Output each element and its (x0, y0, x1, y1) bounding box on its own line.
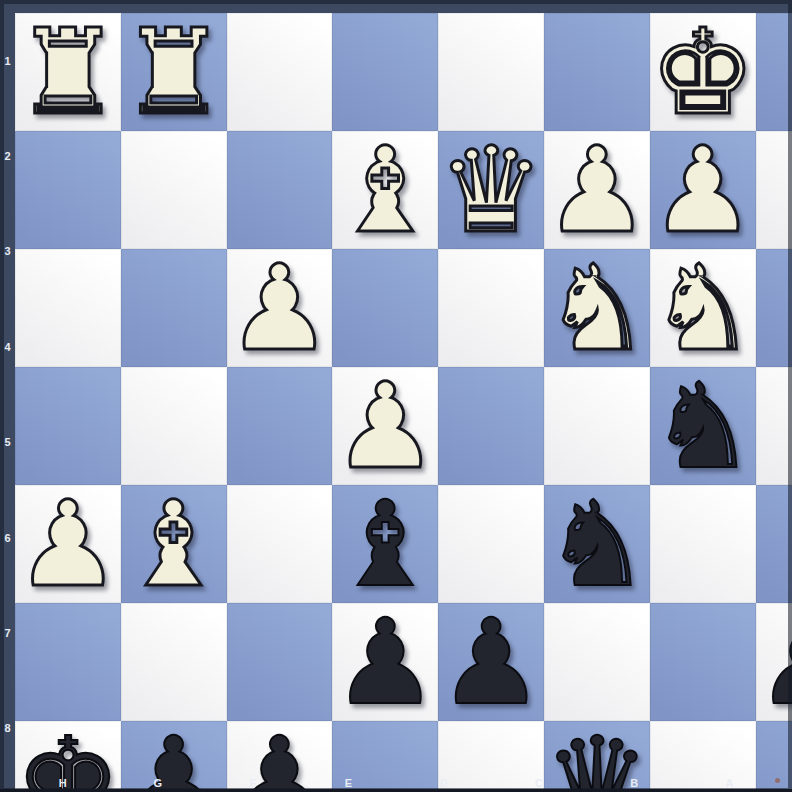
square-b2[interactable]: ♟ (650, 131, 756, 249)
white-pawn[interactable]: ♟ (650, 131, 756, 249)
white-pawn[interactable]: ♟ (15, 485, 121, 603)
rank-label-5: 5 (0, 395, 15, 490)
file-label-h: H (15, 776, 110, 790)
square-f2[interactable] (227, 131, 333, 249)
square-e1[interactable] (332, 13, 438, 131)
file-label-g: G (110, 776, 205, 790)
white-knight[interactable]: ♞ (650, 249, 756, 367)
rank-label-1: 1 (0, 13, 15, 108)
square-h4[interactable] (15, 367, 121, 485)
square-a5[interactable] (756, 485, 792, 603)
square-e6[interactable]: ♟ (332, 603, 438, 721)
white-bishop[interactable]: ♝ (121, 485, 227, 603)
square-c6[interactable] (544, 603, 650, 721)
square-b5[interactable] (650, 485, 756, 603)
file-label-d: D (396, 776, 491, 790)
square-f5[interactable] (227, 485, 333, 603)
square-g4[interactable] (121, 367, 227, 485)
square-a4[interactable] (756, 367, 792, 485)
square-g3[interactable] (121, 249, 227, 367)
white-pawn[interactable]: ♟ (227, 249, 333, 367)
rank-label-3: 3 (0, 204, 15, 299)
square-a2[interactable] (756, 131, 792, 249)
square-f6[interactable] (227, 603, 333, 721)
square-b3[interactable]: ♞ (650, 249, 756, 367)
square-f4[interactable] (227, 367, 333, 485)
square-e2[interactable]: ♝ (332, 131, 438, 249)
square-d3[interactable] (438, 249, 544, 367)
white-pawn[interactable]: ♟ (544, 131, 650, 249)
square-c4[interactable] (544, 367, 650, 485)
square-b1[interactable]: ♚ (650, 13, 756, 131)
square-f1[interactable] (227, 13, 333, 131)
square-d6[interactable]: ♟ (438, 603, 544, 721)
black-pawn[interactable]: ♟ (438, 603, 544, 721)
white-king[interactable]: ♚ (650, 13, 756, 131)
black-knight[interactable]: ♞ (544, 485, 650, 603)
rank-label-4: 4 (0, 299, 15, 394)
square-d1[interactable] (438, 13, 544, 131)
square-b4[interactable]: ♞ (650, 367, 756, 485)
square-c1[interactable] (544, 13, 650, 131)
square-f3[interactable]: ♟ (227, 249, 333, 367)
square-d5[interactable] (438, 485, 544, 603)
square-a1[interactable] (756, 13, 792, 131)
black-bishop[interactable]: ♝ (332, 485, 438, 603)
square-h1[interactable]: ♜ (15, 13, 121, 131)
corner-dot (775, 778, 780, 783)
rank-label-8: 8 (0, 681, 15, 776)
file-label-e: E (301, 776, 396, 790)
square-g2[interactable] (121, 131, 227, 249)
chessboard: ♜♜♚♝♛♟♟♟♞♞♟♞♟♝♝♞♟♟♟♚♟♟♛♜♜♝ (15, 13, 777, 776)
white-rook[interactable]: ♜ (15, 13, 121, 131)
square-g1[interactable]: ♜ (121, 13, 227, 131)
rank-labels: 12345678 (0, 13, 15, 776)
square-d2[interactable]: ♛ (438, 131, 544, 249)
square-a6[interactable]: ♟ (756, 603, 792, 721)
white-bishop[interactable]: ♝ (332, 131, 438, 249)
square-e4[interactable]: ♟ (332, 367, 438, 485)
rank-label-7: 7 (0, 585, 15, 680)
square-h6[interactable] (15, 603, 121, 721)
file-label-b: B (587, 776, 682, 790)
square-g5[interactable]: ♝ (121, 485, 227, 603)
square-h3[interactable] (15, 249, 121, 367)
file-labels: HGFEDCBA (15, 776, 777, 790)
square-h2[interactable] (15, 131, 121, 249)
rank-label-2: 2 (0, 108, 15, 203)
square-b6[interactable] (650, 603, 756, 721)
square-g6[interactable] (121, 603, 227, 721)
square-e3[interactable] (332, 249, 438, 367)
black-pawn[interactable]: ♟ (332, 603, 438, 721)
white-pawn[interactable]: ♟ (332, 367, 438, 485)
square-c3[interactable]: ♞ (544, 249, 650, 367)
white-rook[interactable]: ♜ (121, 13, 227, 131)
square-h5[interactable]: ♟ (15, 485, 121, 603)
file-label-f: F (206, 776, 301, 790)
square-d4[interactable] (438, 367, 544, 485)
chessboard-frame: 12345678 ♜♜♚♝♛♟♟♟♞♞♟♞♟♝♝♞♟♟♟♚♟♟♛♜♜♝ HGFE… (0, 0, 792, 792)
file-label-a: A (682, 776, 777, 790)
white-queen[interactable]: ♛ (438, 131, 544, 249)
square-c5[interactable]: ♞ (544, 485, 650, 603)
file-label-c: C (491, 776, 586, 790)
square-a3[interactable] (756, 249, 792, 367)
white-knight[interactable]: ♞ (544, 249, 650, 367)
black-knight[interactable]: ♞ (650, 367, 756, 485)
rank-label-6: 6 (0, 490, 15, 585)
square-c2[interactable]: ♟ (544, 131, 650, 249)
black-pawn[interactable]: ♟ (756, 603, 792, 721)
square-e5[interactable]: ♝ (332, 485, 438, 603)
